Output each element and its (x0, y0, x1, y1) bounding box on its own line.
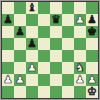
square-f5[interactable] (62, 38, 74, 50)
square-d7[interactable] (38, 14, 50, 26)
square-g7[interactable]: ♟ (74, 14, 86, 26)
piece-black-bishop: ♝ (26, 2, 38, 14)
square-g6[interactable] (74, 26, 86, 38)
square-d2[interactable] (38, 74, 50, 86)
piece-white-pawn: ♟ (74, 74, 86, 86)
square-a4[interactable] (2, 50, 14, 62)
square-b4[interactable] (14, 50, 26, 62)
square-e2[interactable] (50, 74, 62, 86)
square-a6[interactable] (2, 26, 14, 38)
square-h4[interactable] (86, 50, 98, 62)
square-g5[interactable] (74, 38, 86, 50)
square-b5[interactable] (14, 38, 26, 50)
square-f8[interactable] (62, 2, 74, 14)
square-e4[interactable] (50, 50, 62, 62)
piece-black-pawn: ♟ (26, 38, 38, 50)
square-d5[interactable] (38, 38, 50, 50)
square-a1[interactable] (2, 86, 14, 98)
square-c7[interactable] (26, 14, 38, 26)
chess-board-frame: ♝♟♛♟♟♟♚♟♟♞♟♟♟♟♚ (0, 0, 100, 100)
chess-board: ♝♟♛♟♟♟♚♟♟♞♟♟♟♟♚ (2, 2, 98, 98)
square-h1[interactable]: ♚ (86, 86, 98, 98)
square-e3[interactable] (50, 62, 62, 74)
square-b2[interactable]: ♟ (14, 74, 26, 86)
square-c2[interactable] (26, 74, 38, 86)
square-h6[interactable]: ♚ (86, 26, 98, 38)
square-f3[interactable] (62, 62, 74, 74)
square-e5[interactable] (50, 38, 62, 50)
square-f6[interactable] (62, 26, 74, 38)
square-d4[interactable] (38, 50, 50, 62)
square-c3[interactable]: ♟ (26, 62, 38, 74)
square-a5[interactable] (2, 38, 14, 50)
piece-black-king: ♚ (86, 26, 98, 38)
square-e1[interactable] (50, 86, 62, 98)
square-c1[interactable] (26, 86, 38, 98)
square-f1[interactable] (62, 86, 74, 98)
piece-black-pawn: ♟ (14, 26, 26, 38)
square-b6[interactable]: ♟ (14, 26, 26, 38)
square-b1[interactable] (14, 86, 26, 98)
square-f2[interactable] (62, 74, 74, 86)
piece-white-pawn: ♟ (74, 14, 86, 26)
square-a7[interactable]: ♟ (2, 14, 14, 26)
square-d1[interactable] (38, 86, 50, 98)
square-g1[interactable] (74, 86, 86, 98)
square-a2[interactable]: ♟ (2, 74, 14, 86)
square-d3[interactable] (38, 62, 50, 74)
square-e6[interactable] (50, 26, 62, 38)
piece-black-queen: ♛ (50, 14, 62, 26)
square-b8[interactable] (14, 2, 26, 14)
piece-white-pawn: ♟ (26, 62, 38, 74)
square-c8[interactable]: ♝ (26, 2, 38, 14)
square-d6[interactable] (38, 26, 50, 38)
piece-white-king: ♚ (86, 86, 98, 98)
square-c5[interactable]: ♟ (26, 38, 38, 50)
square-e7[interactable]: ♛ (50, 14, 62, 26)
piece-black-pawn: ♟ (2, 14, 14, 26)
piece-white-pawn: ♟ (14, 74, 26, 86)
square-g2[interactable]: ♟ (74, 74, 86, 86)
square-f4[interactable] (62, 50, 74, 62)
square-f7[interactable] (62, 14, 74, 26)
piece-white-pawn: ♟ (2, 74, 14, 86)
square-h5[interactable] (86, 38, 98, 50)
square-d8[interactable] (38, 2, 50, 14)
